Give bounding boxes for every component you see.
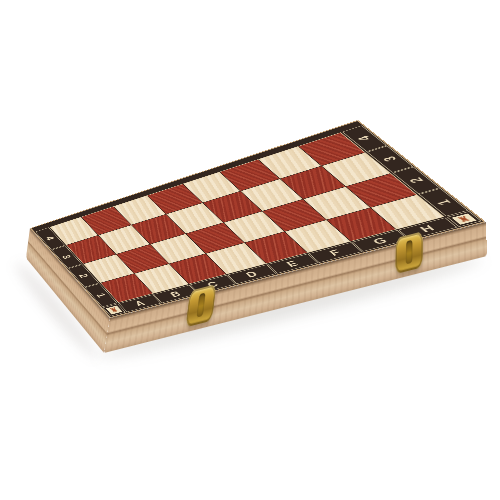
label-text: 2 <box>406 176 425 184</box>
label-text: F <box>327 248 343 257</box>
label-text: 1 <box>433 198 453 206</box>
label-text: 3 <box>60 254 72 260</box>
label-text: H <box>418 224 437 234</box>
label-text: 1 <box>94 292 107 298</box>
rook-icon: ♜ <box>106 306 122 315</box>
label-text: B <box>168 290 182 298</box>
label-text: 4 <box>355 135 373 143</box>
label-text: G <box>371 236 390 246</box>
label-text: 2 <box>77 273 90 279</box>
rook-icon: ♜ <box>452 214 477 225</box>
label-text: A <box>133 299 146 307</box>
label-text: 4 <box>44 235 56 241</box>
product-photo: 4321 4321 ABCDEFGH ♜ ♜ <box>0 0 500 500</box>
label-text: D <box>244 270 259 279</box>
front-latch-right <box>395 231 423 274</box>
label-text: 3 <box>380 155 398 163</box>
label-text: E <box>285 259 301 268</box>
